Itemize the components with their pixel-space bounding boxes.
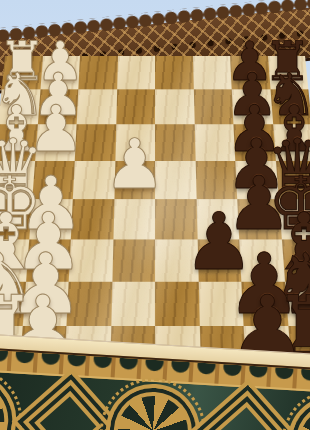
square-c6 [194, 124, 235, 161]
square-d2 [32, 161, 75, 199]
square-a4 [117, 56, 155, 89]
square-c3 [75, 124, 116, 161]
square-a3 [78, 56, 117, 89]
square-e5 [155, 199, 197, 239]
square-f8 [281, 239, 310, 281]
square-c7 [233, 124, 275, 161]
square-d8 [275, 161, 310, 199]
square-b7 [232, 89, 273, 124]
square-c1 [0, 124, 37, 161]
square-d6 [195, 161, 237, 199]
square-b4 [116, 89, 155, 124]
square-g3 [66, 282, 111, 326]
square-f1 [0, 239, 29, 281]
square-a8 [268, 56, 309, 89]
square-b3 [77, 89, 117, 124]
square-f3 [69, 239, 113, 281]
square-f7 [239, 239, 284, 281]
square-b8 [270, 89, 310, 124]
square-a2 [40, 56, 80, 89]
square-d7 [235, 161, 278, 199]
square-f6 [197, 239, 241, 281]
square-a7 [230, 56, 270, 89]
square-e3 [71, 199, 114, 239]
square-g8 [284, 282, 310, 326]
square-g5 [155, 282, 199, 326]
square-e8 [278, 199, 310, 239]
square-b6 [193, 89, 233, 124]
square-b1 [0, 89, 40, 124]
rosette-icon [103, 381, 203, 430]
square-f2 [26, 239, 71, 281]
chess-board [0, 56, 310, 373]
chess-set-photo: ♜♟♜♟♞♟♞♟♝♟♝♟♛♟♛♟♚♟♚♟♝♟♝♟♞♟♞♟♜♟♜♟ [0, 0, 310, 430]
square-f4 [112, 239, 155, 281]
square-a6 [193, 56, 232, 89]
square-e6 [196, 199, 239, 239]
square-c2 [35, 124, 77, 161]
square-d1 [0, 161, 35, 199]
square-c4 [115, 124, 155, 161]
square-g6 [198, 282, 243, 326]
square-e1 [0, 199, 32, 239]
square-d4 [114, 161, 155, 199]
square-d5 [155, 161, 196, 199]
square-b5 [155, 89, 194, 124]
square-e7 [237, 199, 281, 239]
square-e2 [29, 199, 73, 239]
square-b2 [37, 89, 78, 124]
square-c8 [273, 124, 310, 161]
square-g2 [22, 282, 69, 326]
square-e4 [113, 199, 155, 239]
square-a5 [155, 56, 193, 89]
square-g4 [111, 282, 155, 326]
square-c5 [155, 124, 195, 161]
square-a1 [2, 56, 43, 89]
square-g7 [241, 282, 288, 326]
square-d3 [73, 161, 115, 199]
square-f5 [155, 239, 198, 281]
